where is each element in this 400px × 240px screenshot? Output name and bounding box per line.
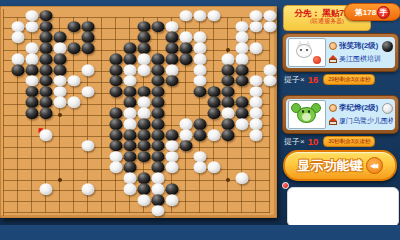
time-banner-white: 30秒剩余3次读秒	[323, 136, 375, 147]
white-stone	[123, 183, 136, 195]
white-stone	[137, 97, 150, 109]
black-stone	[179, 53, 192, 65]
white-stone	[235, 21, 248, 33]
white-stone	[193, 162, 206, 174]
captures-label-white: 提子×	[284, 136, 305, 147]
white-stone	[249, 21, 262, 33]
white-stone	[39, 129, 52, 141]
white-stone	[179, 10, 192, 22]
white-stone	[123, 64, 136, 76]
black-stone	[39, 21, 52, 33]
black-stone	[151, 129, 164, 141]
white-stone	[193, 10, 206, 22]
avatar-mouse-image	[288, 100, 326, 129]
star-point	[226, 48, 230, 52]
white-stone	[235, 173, 248, 185]
black-stone	[109, 64, 122, 76]
star-point	[226, 178, 230, 182]
black-stone	[235, 64, 248, 76]
white-stone	[263, 64, 276, 76]
white-stone	[207, 10, 220, 22]
black-stone-icon	[382, 41, 393, 52]
player-white-school: 厦门乌鹭少儿围棋	[339, 116, 393, 126]
black-stone	[235, 97, 248, 109]
black-stone	[109, 129, 122, 141]
black-stone	[39, 64, 52, 76]
star-point	[58, 178, 62, 182]
black-stone	[123, 129, 136, 141]
board-frame-line	[3, 9, 4, 216]
black-stone	[67, 43, 80, 55]
white-stone	[137, 194, 150, 206]
captures-count-black: 16	[308, 74, 319, 85]
white-stone	[249, 129, 262, 141]
black-stone	[123, 97, 136, 109]
player-black-school: 吴江围棋培训	[339, 54, 381, 64]
white-stone	[165, 21, 178, 33]
black-stone	[109, 86, 122, 98]
white-stone	[67, 75, 80, 87]
white-stone	[137, 64, 150, 76]
star-point	[58, 113, 62, 117]
player-white-name: 李纪烨(2级)	[339, 103, 381, 113]
white-stone	[81, 140, 94, 152]
white-stone	[165, 162, 178, 174]
black-stone	[221, 64, 234, 76]
black-stone	[151, 64, 164, 76]
player-face-icon	[329, 42, 337, 50]
white-stone	[81, 64, 94, 76]
message-panel[interactable]	[287, 187, 399, 225]
sidebar: 分先： 黑贴7.5目 (联通服务器) 第178 手 张笑玮(2级)	[280, 0, 400, 225]
black-stone	[193, 129, 206, 141]
avatar-cat-image	[288, 38, 326, 67]
black-stone	[165, 75, 178, 87]
white-stone	[25, 21, 38, 33]
white-stone	[67, 97, 80, 109]
black-stone	[235, 75, 248, 87]
player-black-name: 张笑玮(2级)	[339, 41, 381, 51]
black-stone	[221, 97, 234, 109]
black-stone	[137, 21, 150, 33]
black-stone	[151, 21, 164, 33]
school-house-icon	[329, 56, 337, 63]
black-stone	[67, 21, 80, 33]
black-stone	[53, 64, 66, 76]
black-stone	[25, 97, 38, 109]
white-stone	[165, 194, 178, 206]
black-stone	[207, 108, 220, 120]
notification-dot	[282, 182, 289, 189]
black-stone	[25, 64, 38, 76]
black-stone	[165, 129, 178, 141]
white-stone	[81, 183, 94, 195]
rewind-arrow-icon: ◀◀	[366, 157, 383, 174]
white-stone	[207, 162, 220, 174]
show-function-keys-button[interactable]: 显示功能键 ◀◀	[283, 150, 397, 181]
black-stone	[11, 64, 24, 76]
white-stone	[207, 129, 220, 141]
black-stone	[207, 97, 220, 109]
black-stone	[81, 43, 94, 55]
move-number-ribbon: 第178 手	[344, 3, 400, 21]
go-board[interactable]	[0, 6, 277, 218]
grid-line	[3, 169, 270, 170]
white-stone	[235, 118, 248, 130]
black-stone	[151, 162, 164, 174]
white-stone	[81, 86, 94, 98]
white-stone	[39, 183, 52, 195]
player-card-white[interactable]: 李纪烨(2级) 厦门乌鹭少儿围棋	[282, 95, 399, 134]
white-stone	[263, 21, 276, 33]
white-stone	[11, 21, 24, 33]
white-stone	[193, 64, 206, 76]
black-stone	[25, 108, 38, 120]
white-stone-icon	[382, 103, 393, 114]
black-stone	[137, 129, 150, 141]
school-house-icon	[329, 118, 337, 125]
black-stone	[137, 151, 150, 163]
grid-line	[269, 17, 270, 213]
captures-label-black: 提子×	[284, 74, 305, 85]
black-stone	[179, 140, 192, 152]
black-stone	[221, 129, 234, 141]
player-card-black[interactable]: 张笑玮(2级) 吴江围棋培训	[282, 33, 399, 72]
last-move-marker	[38, 128, 43, 133]
white-stone	[11, 32, 24, 44]
white-stone	[109, 162, 122, 174]
black-stone	[39, 108, 52, 120]
player-face-icon	[329, 104, 337, 112]
grid-line	[3, 212, 270, 213]
black-stone	[151, 97, 164, 109]
time-banner-black: 29秒剩余3次读秒	[323, 74, 375, 85]
black-stone	[193, 86, 206, 98]
white-stone	[179, 129, 192, 141]
white-stone	[165, 64, 178, 76]
black-stone	[39, 97, 52, 109]
white-stone	[249, 43, 262, 55]
white-stone	[249, 97, 262, 109]
move-ribbon-cap: 手	[377, 6, 390, 19]
white-stone	[263, 75, 276, 87]
white-stone	[53, 97, 66, 109]
show-function-keys-label: 显示功能键	[298, 157, 363, 175]
black-stone	[123, 162, 136, 174]
captures-count-white: 10	[308, 136, 319, 147]
black-stone	[81, 21, 94, 33]
white-stone	[151, 205, 164, 217]
move-number-text: 第178	[355, 7, 376, 18]
